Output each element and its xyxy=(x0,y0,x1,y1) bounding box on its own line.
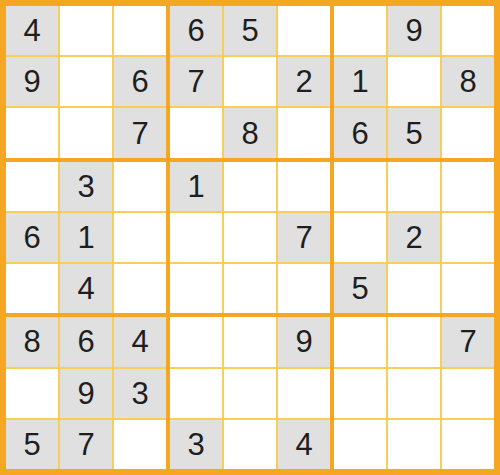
cell-r7c2: 6 xyxy=(60,317,112,366)
cell-r7c9: 7 xyxy=(442,317,494,366)
cell-r4c3[interactable] xyxy=(114,162,166,211)
cell-r3c3: 7 xyxy=(114,108,166,157)
cell-r6c9[interactable] xyxy=(442,264,494,313)
cell-r7c1: 8 xyxy=(6,317,58,366)
cell-r5c5[interactable] xyxy=(224,213,276,262)
cell-r1c5: 5 xyxy=(224,6,276,55)
cell-r6c6[interactable] xyxy=(278,264,330,313)
cell-r3c2[interactable] xyxy=(60,108,112,157)
cell-r5c3[interactable] xyxy=(114,213,166,262)
cell-r9c9[interactable] xyxy=(442,420,494,469)
cell-r7c7[interactable] xyxy=(334,317,386,366)
cell-r1c3[interactable] xyxy=(114,6,166,55)
cell-r3c9[interactable] xyxy=(442,108,494,157)
box-5: 17 xyxy=(170,162,330,314)
cell-r5c2: 1 xyxy=(60,213,112,262)
sudoku-board: 496765728918653614172586493579347 xyxy=(0,0,500,475)
cell-r4c6[interactable] xyxy=(278,162,330,211)
box-2: 65728 xyxy=(170,6,330,158)
cell-r2c7: 1 xyxy=(334,57,386,106)
cell-r1c2[interactable] xyxy=(60,6,112,55)
cell-r3c4[interactable] xyxy=(170,108,222,157)
cell-r9c1: 5 xyxy=(6,420,58,469)
cell-r2c2[interactable] xyxy=(60,57,112,106)
cell-r7c3: 4 xyxy=(114,317,166,366)
cell-r3c7: 6 xyxy=(334,108,386,157)
cell-r6c1[interactable] xyxy=(6,264,58,313)
cell-r7c4[interactable] xyxy=(170,317,222,366)
cell-r8c1[interactable] xyxy=(6,369,58,418)
cell-r5c9[interactable] xyxy=(442,213,494,262)
cell-r1c1: 4 xyxy=(6,6,58,55)
cell-r6c7: 5 xyxy=(334,264,386,313)
cell-r7c5[interactable] xyxy=(224,317,276,366)
cell-r2c1: 9 xyxy=(6,57,58,106)
cell-r9c7[interactable] xyxy=(334,420,386,469)
cell-r8c8[interactable] xyxy=(388,369,440,418)
cell-r5c4[interactable] xyxy=(170,213,222,262)
cell-r4c8[interactable] xyxy=(388,162,440,211)
cell-r3c5: 8 xyxy=(224,108,276,157)
cell-r4c9[interactable] xyxy=(442,162,494,211)
cell-r6c3[interactable] xyxy=(114,264,166,313)
cell-r6c5[interactable] xyxy=(224,264,276,313)
box-7: 8649357 xyxy=(6,317,166,469)
cell-r7c8[interactable] xyxy=(388,317,440,366)
cell-r6c2: 4 xyxy=(60,264,112,313)
cell-r2c6: 2 xyxy=(278,57,330,106)
cell-r5c6: 7 xyxy=(278,213,330,262)
box-3: 91865 xyxy=(334,6,494,158)
cell-r1c4: 6 xyxy=(170,6,222,55)
cell-r8c2: 9 xyxy=(60,369,112,418)
cell-r3c6[interactable] xyxy=(278,108,330,157)
box-8: 934 xyxy=(170,317,330,469)
cell-r9c3[interactable] xyxy=(114,420,166,469)
cell-r1c7[interactable] xyxy=(334,6,386,55)
cell-r5c7[interactable] xyxy=(334,213,386,262)
cell-r1c6[interactable] xyxy=(278,6,330,55)
cell-r8c4[interactable] xyxy=(170,369,222,418)
box-9: 7 xyxy=(334,317,494,469)
cell-r2c8[interactable] xyxy=(388,57,440,106)
cell-r9c8[interactable] xyxy=(388,420,440,469)
cell-r1c8: 9 xyxy=(388,6,440,55)
cell-r2c4: 7 xyxy=(170,57,222,106)
cell-r7c6: 9 xyxy=(278,317,330,366)
cell-r4c1[interactable] xyxy=(6,162,58,211)
cell-r3c1[interactable] xyxy=(6,108,58,157)
cell-r9c4: 3 xyxy=(170,420,222,469)
cell-r4c7[interactable] xyxy=(334,162,386,211)
cell-r8c3: 3 xyxy=(114,369,166,418)
cell-r2c3: 6 xyxy=(114,57,166,106)
cell-r2c9: 8 xyxy=(442,57,494,106)
cell-r5c8: 2 xyxy=(388,213,440,262)
cell-r8c9[interactable] xyxy=(442,369,494,418)
cell-r3c8: 5 xyxy=(388,108,440,157)
cell-r5c1: 6 xyxy=(6,213,58,262)
cell-r4c4: 1 xyxy=(170,162,222,211)
cell-r2c5[interactable] xyxy=(224,57,276,106)
cell-r9c2: 7 xyxy=(60,420,112,469)
cell-r6c4[interactable] xyxy=(170,264,222,313)
cell-r1c9[interactable] xyxy=(442,6,494,55)
cell-r8c5[interactable] xyxy=(224,369,276,418)
cell-r4c2: 3 xyxy=(60,162,112,211)
cell-r4c5[interactable] xyxy=(224,162,276,211)
box-6: 25 xyxy=(334,162,494,314)
cell-r6c8[interactable] xyxy=(388,264,440,313)
box-1: 4967 xyxy=(6,6,166,158)
box-4: 3614 xyxy=(6,162,166,314)
cell-r8c6[interactable] xyxy=(278,369,330,418)
cell-r8c7[interactable] xyxy=(334,369,386,418)
cell-r9c6: 4 xyxy=(278,420,330,469)
cell-r9c5[interactable] xyxy=(224,420,276,469)
